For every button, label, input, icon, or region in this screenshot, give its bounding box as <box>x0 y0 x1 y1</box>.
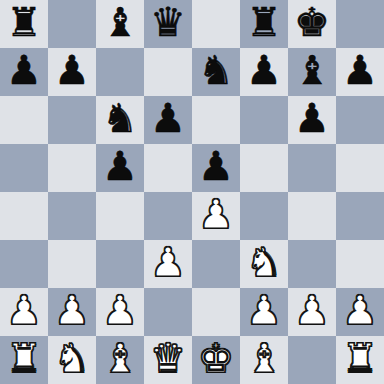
square-e7[interactable]: ♞ <box>192 48 240 96</box>
square-d2[interactable] <box>144 288 192 336</box>
white-pawn-icon: ♟ <box>342 286 378 334</box>
square-c3[interactable] <box>96 240 144 288</box>
square-h7[interactable]: ♟ <box>336 48 384 96</box>
square-c6[interactable]: ♞ <box>96 96 144 144</box>
square-d3[interactable]: ♟ <box>144 240 192 288</box>
square-a3[interactable] <box>0 240 48 288</box>
black-pawn-icon: ♟ <box>102 142 138 190</box>
black-pawn-icon: ♟ <box>54 46 90 94</box>
square-g3[interactable] <box>288 240 336 288</box>
square-g4[interactable] <box>288 192 336 240</box>
white-pawn-icon: ♟ <box>246 286 282 334</box>
black-bishop-icon: ♝ <box>102 0 138 46</box>
square-e6[interactable] <box>192 96 240 144</box>
black-pawn-icon: ♟ <box>246 46 282 94</box>
white-pawn-icon: ♟ <box>6 286 42 334</box>
square-b7[interactable]: ♟ <box>48 48 96 96</box>
square-h1[interactable]: ♜ <box>336 336 384 384</box>
square-c4[interactable] <box>96 192 144 240</box>
square-e8[interactable] <box>192 0 240 48</box>
square-c8[interactable]: ♝ <box>96 0 144 48</box>
square-a7[interactable]: ♟ <box>0 48 48 96</box>
square-b2[interactable]: ♟ <box>48 288 96 336</box>
square-c2[interactable]: ♟ <box>96 288 144 336</box>
square-f2[interactable]: ♟ <box>240 288 288 336</box>
square-f3[interactable]: ♞ <box>240 240 288 288</box>
square-f1[interactable]: ♝ <box>240 336 288 384</box>
black-pawn-icon: ♟ <box>342 46 378 94</box>
white-pawn-icon: ♟ <box>294 286 330 334</box>
square-b3[interactable] <box>48 240 96 288</box>
square-c7[interactable] <box>96 48 144 96</box>
white-rook-icon: ♜ <box>6 334 42 382</box>
square-f8[interactable]: ♜ <box>240 0 288 48</box>
black-pawn-icon: ♟ <box>6 46 42 94</box>
square-h6[interactable] <box>336 96 384 144</box>
square-b1[interactable]: ♞ <box>48 336 96 384</box>
square-h3[interactable] <box>336 240 384 288</box>
square-b8[interactable] <box>48 0 96 48</box>
white-pawn-icon: ♟ <box>54 286 90 334</box>
square-c5[interactable]: ♟ <box>96 144 144 192</box>
square-e1[interactable]: ♚ <box>192 336 240 384</box>
square-e5[interactable]: ♟ <box>192 144 240 192</box>
black-bishop-icon: ♝ <box>294 46 330 94</box>
black-pawn-icon: ♟ <box>150 94 186 142</box>
square-a2[interactable]: ♟ <box>0 288 48 336</box>
black-queen-icon: ♛ <box>150 0 186 46</box>
square-a6[interactable] <box>0 96 48 144</box>
square-a4[interactable] <box>0 192 48 240</box>
square-f7[interactable]: ♟ <box>240 48 288 96</box>
white-pawn-icon: ♟ <box>102 286 138 334</box>
white-pawn-icon: ♟ <box>198 190 234 238</box>
square-d7[interactable] <box>144 48 192 96</box>
square-g5[interactable] <box>288 144 336 192</box>
square-e4[interactable]: ♟ <box>192 192 240 240</box>
black-pawn-icon: ♟ <box>294 94 330 142</box>
white-knight-icon: ♞ <box>246 238 282 286</box>
square-h2[interactable]: ♟ <box>336 288 384 336</box>
white-rook-icon: ♜ <box>342 334 378 382</box>
black-pawn-icon: ♟ <box>198 142 234 190</box>
square-b4[interactable] <box>48 192 96 240</box>
white-knight-icon: ♞ <box>54 334 90 382</box>
square-d8[interactable]: ♛ <box>144 0 192 48</box>
square-a8[interactable]: ♜ <box>0 0 48 48</box>
square-f5[interactable] <box>240 144 288 192</box>
square-h4[interactable] <box>336 192 384 240</box>
black-rook-icon: ♜ <box>246 0 282 46</box>
square-b5[interactable] <box>48 144 96 192</box>
white-queen-icon: ♛ <box>150 334 186 382</box>
black-rook-icon: ♜ <box>6 0 42 46</box>
square-f6[interactable] <box>240 96 288 144</box>
square-g7[interactable]: ♝ <box>288 48 336 96</box>
square-b6[interactable] <box>48 96 96 144</box>
black-knight-icon: ♞ <box>198 46 234 94</box>
white-pawn-icon: ♟ <box>150 238 186 286</box>
square-g6[interactable]: ♟ <box>288 96 336 144</box>
square-c1[interactable]: ♝ <box>96 336 144 384</box>
square-h8[interactable] <box>336 0 384 48</box>
black-king-icon: ♚ <box>294 0 330 46</box>
square-h5[interactable] <box>336 144 384 192</box>
black-knight-icon: ♞ <box>102 94 138 142</box>
square-e2[interactable] <box>192 288 240 336</box>
chess-board: ♜♝♛♜♚♟♟♞♟♝♟♞♟♟♟♟♟♟♞♟♟♟♟♟♟♜♞♝♛♚♝♜ <box>0 0 384 384</box>
white-king-icon: ♚ <box>198 334 234 382</box>
square-e3[interactable] <box>192 240 240 288</box>
square-f4[interactable] <box>240 192 288 240</box>
square-d4[interactable] <box>144 192 192 240</box>
square-a5[interactable] <box>0 144 48 192</box>
square-g8[interactable]: ♚ <box>288 0 336 48</box>
square-g2[interactable]: ♟ <box>288 288 336 336</box>
white-bishop-icon: ♝ <box>246 334 282 382</box>
square-d1[interactable]: ♛ <box>144 336 192 384</box>
white-bishop-icon: ♝ <box>102 334 138 382</box>
square-d6[interactable]: ♟ <box>144 96 192 144</box>
square-g1[interactable] <box>288 336 336 384</box>
square-a1[interactable]: ♜ <box>0 336 48 384</box>
square-d5[interactable] <box>144 144 192 192</box>
